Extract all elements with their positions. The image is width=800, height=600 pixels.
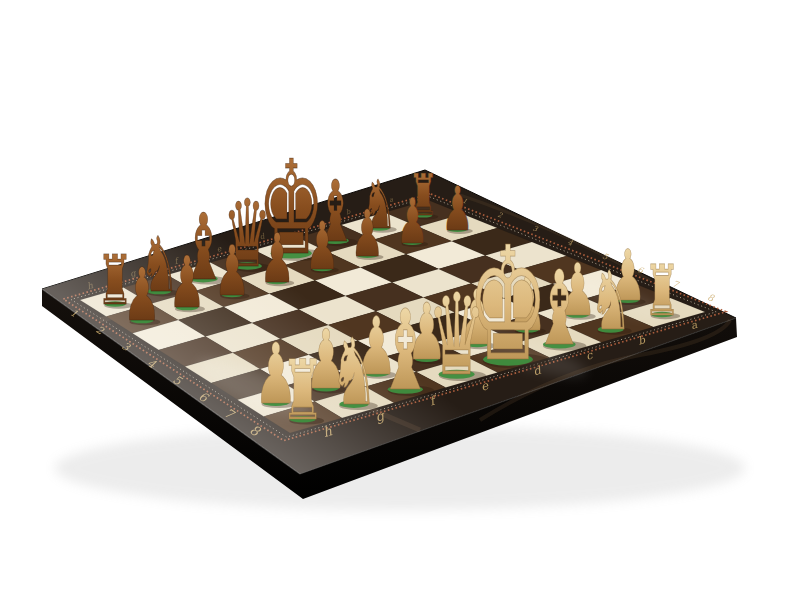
piece-black-rook-h8: ♜ [281, 342, 324, 439]
piece-white-pawn-f2: ♟ [214, 230, 250, 311]
piece-white-pawn-h2: ♟ [123, 253, 161, 337]
chess-board-3d: 11aa22bb33cc44dd55ee66ff77gg88hh♜♞♟♝♟♚♟♛… [0, 0, 800, 600]
piece-black-bishop-f8: ♝ [376, 287, 434, 415]
piece-black-queen-e8: ♛ [427, 269, 486, 401]
piece-white-pawn-d2: ♟ [305, 207, 340, 284]
piece-white-pawn-c2: ♟ [350, 196, 384, 271]
piece-white-pawn-g2: ♟ [168, 241, 205, 324]
piece-black-knight-b8: ♞ [590, 254, 632, 349]
piece-black-knight-g8: ♞ [330, 319, 378, 427]
piece-white-pawn-e2: ♟ [259, 218, 294, 298]
coord-rank-8-far-right: 8 [706, 291, 717, 304]
piece-black-rook-a8: ♜ [644, 250, 680, 331]
piece-white-pawn-b2: ♟ [396, 184, 429, 257]
product-photo-stage: 11aa22bb33cc44dd55ee66ff77gg88hh♜♞♟♝♟♚♟♛… [0, 0, 800, 600]
